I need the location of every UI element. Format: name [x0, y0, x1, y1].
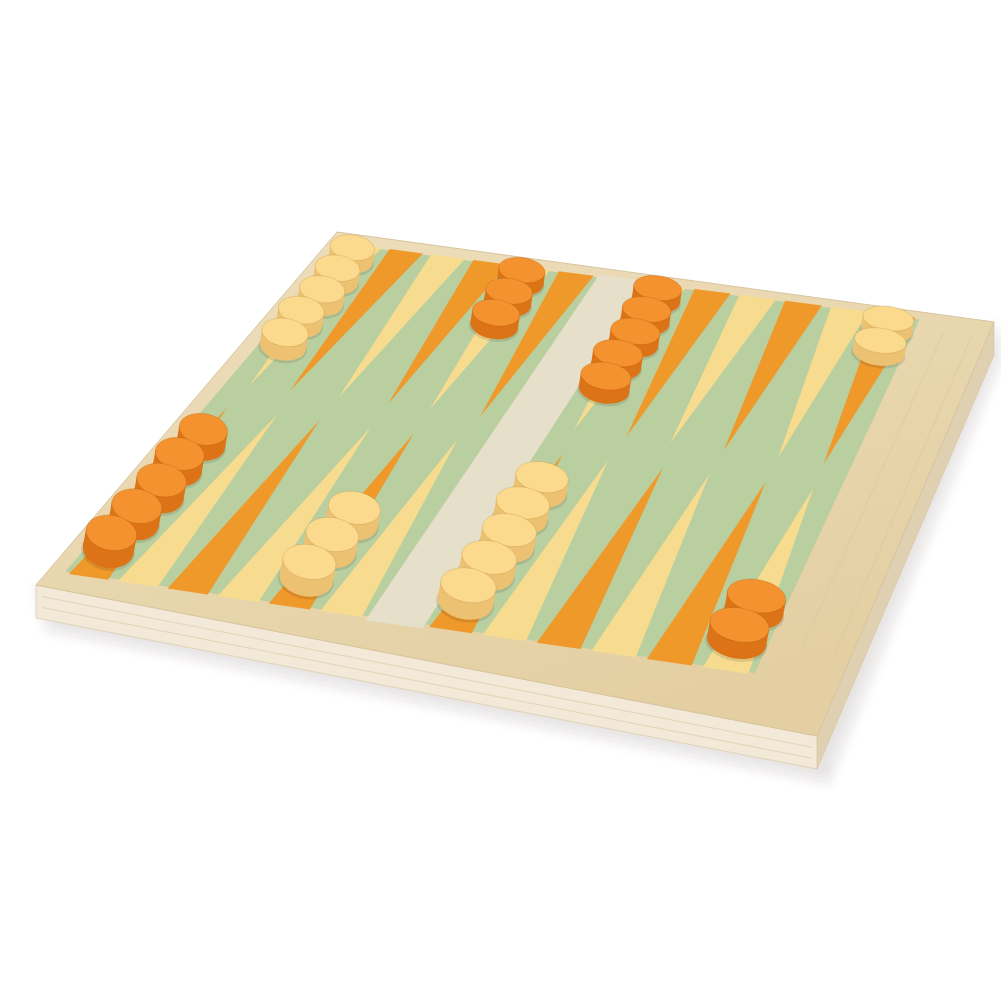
photo-stage: Wooden backgammon board with orange and …	[0, 0, 1001, 1001]
backgammon-board-photo	[0, 0, 1001, 1001]
